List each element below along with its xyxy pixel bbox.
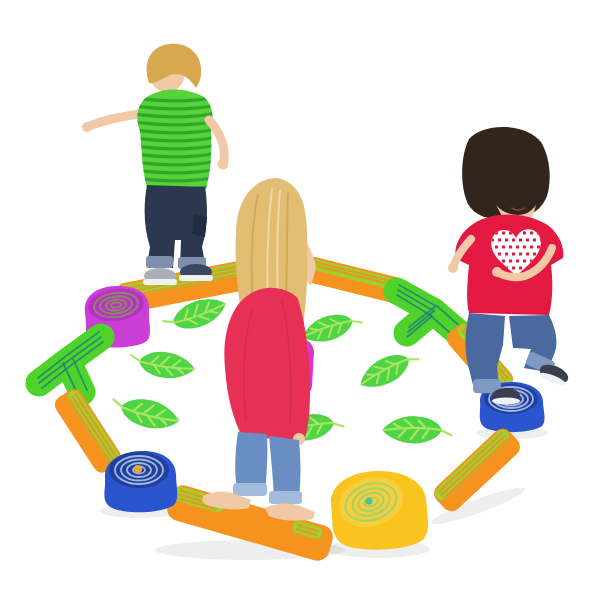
- stepping-stone-blue-left: [104, 451, 177, 512]
- boy-cuff-left: [146, 256, 173, 268]
- y-connector-left: [38, 332, 103, 393]
- girl-right-hand: [492, 267, 502, 277]
- girl-center-cuff-left: [233, 483, 267, 496]
- product-photo-stage: [0, 0, 600, 600]
- child-girl-center: [202, 178, 316, 521]
- leaf-7: [382, 415, 452, 445]
- stepping-stone-yellow: [331, 469, 428, 550]
- girl-center-cuff-right: [269, 491, 302, 504]
- leaf-4: [354, 343, 421, 396]
- balance-path-scene: [0, 0, 600, 600]
- boy-hand-left: [82, 122, 92, 132]
- leaf-3: [129, 349, 196, 381]
- boy-hand-right: [218, 159, 229, 170]
- boy-cargo-pocket: [192, 214, 207, 237]
- girl-right-fist: [448, 263, 458, 273]
- girl-center-jeans-right: [269, 436, 301, 499]
- girl-right-hair: [462, 127, 550, 220]
- child-boy: [82, 44, 229, 285]
- leaf-5: [109, 393, 182, 434]
